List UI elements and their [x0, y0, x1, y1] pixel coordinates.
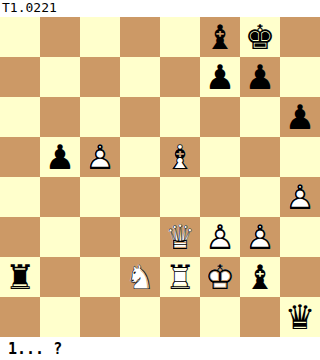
square-h3[interactable]: [280, 217, 320, 257]
piece-black-bishop[interactable]: ♝: [240, 257, 280, 297]
square-f1[interactable]: [200, 297, 240, 337]
piece-black-pawn[interactable]: ♟: [200, 57, 240, 97]
square-h8[interactable]: [280, 17, 320, 57]
square-f6[interactable]: [200, 97, 240, 137]
piece-black-pawn[interactable]: ♟: [280, 97, 320, 137]
piece-black-rook[interactable]: ♜: [0, 257, 40, 297]
square-d7[interactable]: [120, 57, 160, 97]
square-f3[interactable]: ♟♙: [200, 217, 240, 257]
square-a5[interactable]: [0, 137, 40, 177]
chess-board: ♝♚♟♟♟♟♟♙♝♗♟♙♛♕♟♙♟♙♜♞♘♜♖♚♔♝♛: [0, 17, 320, 337]
square-d3[interactable]: [120, 217, 160, 257]
square-c1[interactable]: [80, 297, 120, 337]
piece-white-queen[interactable]: ♕: [160, 217, 200, 257]
square-h7[interactable]: [280, 57, 320, 97]
square-e2[interactable]: ♜♖: [160, 257, 200, 297]
piece-white-knight[interactable]: ♘: [120, 257, 160, 297]
square-b1[interactable]: [40, 297, 80, 337]
square-e8[interactable]: [160, 17, 200, 57]
square-b2[interactable]: [40, 257, 80, 297]
square-f2[interactable]: ♚♔: [200, 257, 240, 297]
square-g6[interactable]: [240, 97, 280, 137]
square-f7[interactable]: ♟: [200, 57, 240, 97]
square-d5[interactable]: [120, 137, 160, 177]
square-c7[interactable]: [80, 57, 120, 97]
square-a3[interactable]: [0, 217, 40, 257]
piece-white-bishop[interactable]: ♗: [160, 137, 200, 177]
footer: 1... ?: [0, 337, 320, 360]
square-a2[interactable]: ♜: [0, 257, 40, 297]
square-b3[interactable]: [40, 217, 80, 257]
square-b4[interactable]: [40, 177, 80, 217]
piece-white-pawn[interactable]: ♙: [200, 217, 240, 257]
square-g3[interactable]: ♟♙: [240, 217, 280, 257]
square-c6[interactable]: [80, 97, 120, 137]
square-g5[interactable]: [240, 137, 280, 177]
square-e7[interactable]: [160, 57, 200, 97]
square-b7[interactable]: [40, 57, 80, 97]
piece-white-pawn[interactable]: ♙: [240, 217, 280, 257]
square-c8[interactable]: [80, 17, 120, 57]
square-f4[interactable]: [200, 177, 240, 217]
piece-black-king[interactable]: ♚: [240, 17, 280, 57]
piece-black-pawn[interactable]: ♟: [40, 137, 80, 177]
square-b6[interactable]: [40, 97, 80, 137]
square-e5[interactable]: ♝♗: [160, 137, 200, 177]
piece-black-bishop[interactable]: ♝: [200, 17, 240, 57]
square-g8[interactable]: ♚: [240, 17, 280, 57]
square-c5[interactable]: ♟♙: [80, 137, 120, 177]
piece-white-king[interactable]: ♔: [200, 257, 240, 297]
square-c3[interactable]: [80, 217, 120, 257]
square-e4[interactable]: [160, 177, 200, 217]
square-f5[interactable]: [200, 137, 240, 177]
puzzle-id: T1.0221: [0, 0, 57, 16]
square-c4[interactable]: [80, 177, 120, 217]
square-a1[interactable]: [0, 297, 40, 337]
square-e3[interactable]: ♛♕: [160, 217, 200, 257]
square-b8[interactable]: [40, 17, 80, 57]
square-h1[interactable]: ♛: [280, 297, 320, 337]
square-g4[interactable]: [240, 177, 280, 217]
square-h6[interactable]: ♟: [280, 97, 320, 137]
square-a7[interactable]: [0, 57, 40, 97]
square-h2[interactable]: [280, 257, 320, 297]
square-h4[interactable]: ♟♙: [280, 177, 320, 217]
square-a8[interactable]: [0, 17, 40, 57]
square-d8[interactable]: [120, 17, 160, 57]
title-bar: T1.0221: [0, 0, 320, 17]
piece-black-pawn[interactable]: ♟: [240, 57, 280, 97]
square-f8[interactable]: ♝: [200, 17, 240, 57]
piece-white-pawn[interactable]: ♙: [280, 177, 320, 217]
square-g7[interactable]: ♟: [240, 57, 280, 97]
square-h5[interactable]: [280, 137, 320, 177]
piece-white-rook[interactable]: ♖: [160, 257, 200, 297]
square-d4[interactable]: [120, 177, 160, 217]
piece-white-pawn[interactable]: ♙: [80, 137, 120, 177]
square-c2[interactable]: [80, 257, 120, 297]
square-a6[interactable]: [0, 97, 40, 137]
square-b5[interactable]: ♟: [40, 137, 80, 177]
square-e1[interactable]: [160, 297, 200, 337]
move-prompt: 1... ?: [0, 339, 62, 358]
square-a4[interactable]: [0, 177, 40, 217]
square-g2[interactable]: ♝: [240, 257, 280, 297]
piece-black-queen[interactable]: ♛: [280, 297, 320, 337]
square-d2[interactable]: ♞♘: [120, 257, 160, 297]
square-g1[interactable]: [240, 297, 280, 337]
square-d1[interactable]: [120, 297, 160, 337]
square-d6[interactable]: [120, 97, 160, 137]
square-e6[interactable]: [160, 97, 200, 137]
